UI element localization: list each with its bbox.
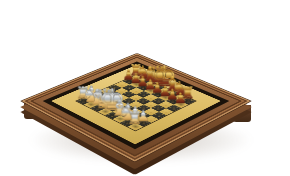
board-top-surface: ♜♞♝♛♚♝♞♜♟♟♟♟♟♟♟♟♟♟♟♟♟♟♟♟♜♞♝♛♚♝♞♜ [20,53,252,162]
chess-set-photo: ♜♞♝♛♚♝♞♜♟♟♟♟♟♟♟♟♟♟♟♟♟♟♟♟♜♞♝♛♚♝♞♜ [0,0,290,176]
piece-black-pawn: ♟ [157,91,204,105]
walnut-frame: ♜♞♝♛♚♝♞♜♟♟♟♟♟♟♟♟♟♟♟♟♟♟♟♟♜♞♝♛♚♝♞♜ [20,53,252,162]
piece-white-rook: ♜ [110,110,159,127]
square-h1: ♜ [128,123,144,131]
board-top-layer-wrap: ♜♞♝♛♚♝♞♜♟♟♟♟♟♟♟♟♟♟♟♟♟♟♟♟♜♞♝♛♚♝♞♜ [0,0,290,176]
maple-border-band: ♜♞♝♛♚♝♞♜♟♟♟♟♟♟♟♟♟♟♟♟♟♟♟♟♜♞♝♛♚♝♞♜ [43,62,230,150]
chess-board-grid: ♜♞♝♛♚♝♞♜♟♟♟♟♟♟♟♟♟♟♟♟♟♟♟♟♜♞♝♛♚♝♞♜ [77,75,196,130]
square-h7: ♟ [173,101,188,108]
